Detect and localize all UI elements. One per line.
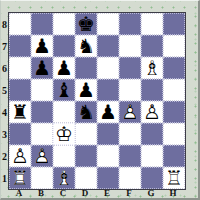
file-labels: ABCDEFGH <box>8 188 184 199</box>
square-e1[interactable] <box>97 167 119 189</box>
square-d1[interactable] <box>75 167 97 189</box>
square-g4[interactable]: ♟♙ <box>141 101 163 123</box>
square-d8[interactable]: ♚ <box>75 13 97 35</box>
square-b3[interactable] <box>31 123 53 145</box>
square-f3[interactable] <box>119 123 141 145</box>
square-g2[interactable] <box>141 145 163 167</box>
black-knight-icon: ♞ <box>75 35 97 57</box>
piece-white-king[interactable]: ♚♔ <box>53 123 75 145</box>
white-bishop-outline-icon: ♗ <box>53 167 75 189</box>
square-f1[interactable] <box>119 167 141 189</box>
black-pawn-icon: ♟ <box>31 57 53 79</box>
white-pawn-outline-icon: ♙ <box>141 101 163 123</box>
piece-black-knight[interactable]: ♞ <box>75 101 97 123</box>
black-pawn-icon: ♟ <box>31 35 53 57</box>
square-g3[interactable] <box>141 123 163 145</box>
square-a5[interactable] <box>9 79 31 101</box>
square-b2[interactable]: ♟♙ <box>31 145 53 167</box>
rank-label-4: 4 <box>1 101 8 123</box>
white-pawn-outline-icon: ♙ <box>31 145 53 167</box>
rank-label-2: 2 <box>1 145 8 167</box>
piece-white-bishop[interactable]: ♝♗ <box>141 57 163 79</box>
piece-black-pawn[interactable]: ♟ <box>31 35 53 57</box>
square-c5[interactable]: ♝ <box>53 79 75 101</box>
square-c3[interactable]: ♚♔ <box>53 123 75 145</box>
square-f8[interactable] <box>119 13 141 35</box>
black-knight-icon: ♞ <box>75 101 97 123</box>
square-b5[interactable] <box>31 79 53 101</box>
square-d7[interactable]: ♞ <box>75 35 97 57</box>
square-a7[interactable] <box>9 35 31 57</box>
black-pawn-icon: ♟ <box>53 57 75 79</box>
square-h3[interactable] <box>163 123 185 145</box>
square-c7[interactable] <box>53 35 75 57</box>
square-c8[interactable] <box>53 13 75 35</box>
square-d6[interactable] <box>75 57 97 79</box>
square-g8[interactable] <box>141 13 163 35</box>
piece-black-pawn[interactable]: ♟ <box>53 57 75 79</box>
chess-board: ♚♟♞♟♟♝♗♝♟♜♞♟♟♙♟♙♚♔♟♙♟♙♜♖♝♗♜♖ <box>8 12 186 190</box>
square-c1[interactable]: ♝♗ <box>53 167 75 189</box>
square-g6[interactable]: ♝♗ <box>141 57 163 79</box>
piece-black-pawn[interactable]: ♟ <box>97 101 119 123</box>
rank-label-1: 1 <box>1 167 8 189</box>
square-g7[interactable] <box>141 35 163 57</box>
piece-black-king[interactable]: ♚ <box>75 13 97 35</box>
white-bishop-outline-icon: ♗ <box>141 57 163 79</box>
square-h4[interactable] <box>163 101 185 123</box>
chess-window: 87654321 ♚♟♞♟♟♝♗♝♟♜♞♟♟♙♟♙♚♔♟♙♟♙♜♖♝♗♜♖ AB… <box>0 0 200 200</box>
rank-label-7: 7 <box>1 35 8 57</box>
square-h8[interactable] <box>163 13 185 35</box>
square-h2[interactable] <box>163 145 185 167</box>
rank-label-8: 8 <box>1 13 8 35</box>
square-e7[interactable] <box>97 35 119 57</box>
square-d2[interactable] <box>75 145 97 167</box>
square-e2[interactable] <box>97 145 119 167</box>
file-label-f: F <box>118 188 140 199</box>
square-g5[interactable] <box>141 79 163 101</box>
square-a8[interactable] <box>9 13 31 35</box>
square-b4[interactable] <box>31 101 53 123</box>
square-b1[interactable] <box>31 167 53 189</box>
square-b7[interactable]: ♟ <box>31 35 53 57</box>
piece-white-bishop[interactable]: ♝♗ <box>53 167 75 189</box>
file-label-b: B <box>30 188 52 199</box>
piece-black-rook[interactable]: ♜ <box>9 101 31 123</box>
piece-black-knight[interactable]: ♞ <box>75 35 97 57</box>
piece-white-pawn[interactable]: ♟♙ <box>119 101 141 123</box>
square-e4[interactable]: ♟ <box>97 101 119 123</box>
square-e8[interactable] <box>97 13 119 35</box>
square-e3[interactable] <box>97 123 119 145</box>
square-d5[interactable]: ♟ <box>75 79 97 101</box>
black-pawn-icon: ♟ <box>97 101 119 123</box>
square-f7[interactable] <box>119 35 141 57</box>
square-e6[interactable] <box>97 57 119 79</box>
piece-black-bishop[interactable]: ♝ <box>53 79 75 101</box>
piece-white-pawn[interactable]: ♟♙ <box>9 145 31 167</box>
black-pawn-icon: ♟ <box>75 79 97 101</box>
square-f4[interactable]: ♟♙ <box>119 101 141 123</box>
square-c4[interactable] <box>53 101 75 123</box>
black-rook-icon: ♜ <box>9 101 31 123</box>
piece-black-pawn[interactable]: ♟ <box>31 57 53 79</box>
rank-label-3: 3 <box>1 123 8 145</box>
square-b8[interactable] <box>31 13 53 35</box>
square-c2[interactable] <box>53 145 75 167</box>
square-b6[interactable]: ♟ <box>31 57 53 79</box>
piece-white-rook[interactable]: ♜♖ <box>9 167 31 189</box>
square-h1[interactable]: ♜♖ <box>163 167 185 189</box>
square-f6[interactable] <box>119 57 141 79</box>
piece-white-rook[interactable]: ♜♖ <box>163 167 185 189</box>
piece-black-pawn[interactable]: ♟ <box>75 79 97 101</box>
square-f2[interactable] <box>119 145 141 167</box>
square-d3[interactable] <box>75 123 97 145</box>
rank-labels: 87654321 <box>1 13 8 189</box>
piece-white-pawn[interactable]: ♟♙ <box>141 101 163 123</box>
square-h7[interactable] <box>163 35 185 57</box>
white-pawn-outline-icon: ♙ <box>119 101 141 123</box>
file-label-e: E <box>96 188 118 199</box>
white-rook-outline-icon: ♖ <box>163 167 185 189</box>
square-c6[interactable]: ♟ <box>53 57 75 79</box>
square-a3[interactable] <box>9 123 31 145</box>
square-f5[interactable] <box>119 79 141 101</box>
file-label-h: H <box>162 188 184 199</box>
black-bishop-icon: ♝ <box>53 79 75 101</box>
square-a1[interactable]: ♜♖ <box>9 167 31 189</box>
black-king-icon: ♚ <box>75 13 97 35</box>
square-h6[interactable] <box>163 57 185 79</box>
file-label-d: D <box>74 188 96 199</box>
square-a6[interactable] <box>9 57 31 79</box>
file-label-g: G <box>140 188 162 199</box>
white-pawn-outline-icon: ♙ <box>9 145 31 167</box>
square-d4[interactable]: ♞ <box>75 101 97 123</box>
square-a2[interactable]: ♟♙ <box>9 145 31 167</box>
white-king-outline-icon: ♔ <box>53 123 75 145</box>
square-e5[interactable] <box>97 79 119 101</box>
piece-white-pawn[interactable]: ♟♙ <box>31 145 53 167</box>
square-h5[interactable] <box>163 79 185 101</box>
file-label-a: A <box>8 188 30 199</box>
square-g1[interactable] <box>141 167 163 189</box>
rank-label-5: 5 <box>1 79 8 101</box>
file-label-c: C <box>52 188 74 199</box>
square-a4[interactable]: ♜ <box>9 101 31 123</box>
rank-label-6: 6 <box>1 57 8 79</box>
white-rook-outline-icon: ♖ <box>9 167 31 189</box>
